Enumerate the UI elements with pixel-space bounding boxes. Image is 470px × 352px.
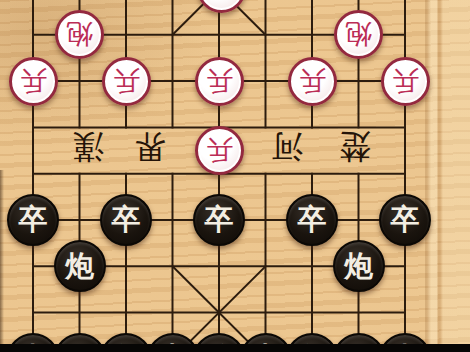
piece-red-soldier-i3[interactable]: 兵 xyxy=(381,57,430,106)
piece-glyph: 卒 xyxy=(298,205,327,234)
piece-black-soldier-i6[interactable]: 卒 xyxy=(379,194,431,246)
xiangqi-board-frame: 漢 界 河 楚 炮炮兵兵兵兵兵兵卒卒卒卒卒炮炮車馬象士將士象馬車 xyxy=(0,0,470,352)
piece-glyph: 兵 xyxy=(113,68,140,95)
piece-red-soldier-river-e[interactable]: 兵 xyxy=(195,126,244,175)
piece-red-soldier-e3[interactable]: 兵 xyxy=(195,57,244,106)
piece-red-cannon-b2[interactable]: 炮 xyxy=(55,10,104,59)
piece-glyph: 兵 xyxy=(206,68,233,95)
piece-glyph: 卒 xyxy=(19,205,48,234)
piece-black-cannon-b7[interactable]: 炮 xyxy=(54,240,106,292)
piece-black-soldier-a6[interactable]: 卒 xyxy=(7,194,59,246)
letterbox-bar xyxy=(0,344,470,352)
piece-grid: 炮炮兵兵兵兵兵兵卒卒卒卒卒炮炮車馬象士將士象馬車 xyxy=(10,0,429,352)
piece-red-soldier-a3[interactable]: 兵 xyxy=(9,57,58,106)
piece-black-soldier-c6[interactable]: 卒 xyxy=(100,194,152,246)
piece-red-soldier-g3[interactable]: 兵 xyxy=(288,57,337,106)
piece-black-soldier-g6[interactable]: 卒 xyxy=(286,194,338,246)
piece-glyph: 兵 xyxy=(392,68,419,95)
piece-black-soldier-e6[interactable]: 卒 xyxy=(193,194,245,246)
piece-glyph: 炮 xyxy=(345,21,372,48)
piece-glyph: 炮 xyxy=(65,252,94,281)
piece-glyph: 卒 xyxy=(391,205,420,234)
piece-glyph: 兵 xyxy=(20,68,47,95)
piece-glyph: 兵 xyxy=(299,68,326,95)
piece-black-cannon-h7[interactable]: 炮 xyxy=(333,240,385,292)
piece-glyph: 炮 xyxy=(66,21,93,48)
piece-glyph: 炮 xyxy=(344,252,373,281)
piece-glyph: 卒 xyxy=(112,205,141,234)
piece-red-unknown-e1[interactable] xyxy=(197,0,246,13)
piece-red-cannon-h2[interactable]: 炮 xyxy=(334,10,383,59)
piece-glyph: 兵 xyxy=(206,137,233,164)
piece-red-soldier-c3[interactable]: 兵 xyxy=(102,57,151,106)
piece-glyph: 卒 xyxy=(205,205,234,234)
